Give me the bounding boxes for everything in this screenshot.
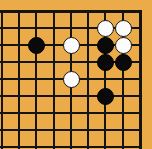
white-stone[interactable] [115,37,132,54]
grid-hline [0,129,142,131]
black-stone[interactable] [97,37,114,54]
black-stone[interactable] [97,54,114,71]
board-edge-line-top [0,10,142,13]
white-stone[interactable] [115,20,132,37]
grid-hline [0,95,142,97]
go-board[interactable] [0,0,152,149]
black-stone[interactable] [28,37,45,54]
white-stone[interactable] [63,71,80,88]
white-stone[interactable] [97,20,114,37]
black-stone[interactable] [115,54,132,71]
white-stone[interactable] [63,37,80,54]
grid-hline [0,146,142,148]
grid-hline [0,112,142,114]
black-stone[interactable] [97,88,114,105]
